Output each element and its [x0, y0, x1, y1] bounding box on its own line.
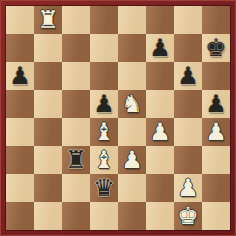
square-d8[interactable] — [90, 6, 118, 34]
square-d6[interactable] — [90, 62, 118, 90]
black-pawn-a6[interactable]: ♟ — [9, 62, 31, 90]
white-pawn-f4[interactable]: ♟ — [149, 118, 171, 146]
square-h6[interactable] — [202, 62, 230, 90]
square-e7[interactable] — [118, 34, 146, 62]
square-d3[interactable]: ♝ — [90, 146, 118, 174]
square-f7[interactable]: ♟ — [146, 34, 174, 62]
square-b7[interactable] — [34, 34, 62, 62]
square-g1[interactable]: ♚ — [174, 202, 202, 230]
square-h2[interactable] — [202, 174, 230, 202]
white-pawn-e3[interactable]: ♟ — [121, 146, 143, 174]
square-c3[interactable]: ♜ — [62, 146, 90, 174]
square-c7[interactable] — [62, 34, 90, 62]
square-c1[interactable] — [62, 202, 90, 230]
square-d1[interactable] — [90, 202, 118, 230]
white-pawn-g2[interactable]: ♟ — [177, 174, 199, 202]
square-b5[interactable] — [34, 90, 62, 118]
square-e3[interactable]: ♟ — [118, 146, 146, 174]
square-f3[interactable] — [146, 146, 174, 174]
square-f6[interactable] — [146, 62, 174, 90]
square-a5[interactable] — [6, 90, 34, 118]
square-a4[interactable] — [6, 118, 34, 146]
chess-board: ♜♟♚♟♟♟♞♟♝♟♟♜♝♟♛♟♚ — [6, 6, 230, 230]
square-e1[interactable] — [118, 202, 146, 230]
square-h7[interactable]: ♚ — [202, 34, 230, 62]
black-pawn-d5[interactable]: ♟ — [93, 90, 115, 118]
square-a2[interactable] — [6, 174, 34, 202]
square-c8[interactable] — [62, 6, 90, 34]
black-king-h7[interactable]: ♚ — [205, 34, 227, 62]
square-g7[interactable] — [174, 34, 202, 62]
square-d7[interactable] — [90, 34, 118, 62]
square-b6[interactable] — [34, 62, 62, 90]
square-h1[interactable] — [202, 202, 230, 230]
square-c4[interactable] — [62, 118, 90, 146]
square-b4[interactable] — [34, 118, 62, 146]
white-king-g1[interactable]: ♚ — [177, 202, 199, 230]
square-h5[interactable]: ♟ — [202, 90, 230, 118]
square-e6[interactable] — [118, 62, 146, 90]
square-e5[interactable]: ♞ — [118, 90, 146, 118]
square-c6[interactable] — [62, 62, 90, 90]
square-f8[interactable] — [146, 6, 174, 34]
square-e2[interactable] — [118, 174, 146, 202]
square-a7[interactable] — [6, 34, 34, 62]
square-d4[interactable]: ♝ — [90, 118, 118, 146]
square-c5[interactable] — [62, 90, 90, 118]
square-f2[interactable] — [146, 174, 174, 202]
square-f1[interactable] — [146, 202, 174, 230]
white-bishop-d3[interactable]: ♝ — [93, 146, 115, 174]
square-b3[interactable] — [34, 146, 62, 174]
black-pawn-f7[interactable]: ♟ — [149, 34, 171, 62]
black-pawn-g6[interactable]: ♟ — [177, 62, 199, 90]
square-b1[interactable] — [34, 202, 62, 230]
square-g6[interactable]: ♟ — [174, 62, 202, 90]
white-pawn-h4[interactable]: ♟ — [205, 118, 227, 146]
square-e4[interactable] — [118, 118, 146, 146]
square-h4[interactable]: ♟ — [202, 118, 230, 146]
square-g2[interactable]: ♟ — [174, 174, 202, 202]
square-c2[interactable] — [62, 174, 90, 202]
square-a1[interactable] — [6, 202, 34, 230]
white-rook-b8[interactable]: ♜ — [37, 6, 59, 34]
black-rook-c3[interactable]: ♜ — [65, 146, 87, 174]
square-g8[interactable] — [174, 6, 202, 34]
square-a8[interactable] — [6, 6, 34, 34]
square-d5[interactable]: ♟ — [90, 90, 118, 118]
square-g5[interactable] — [174, 90, 202, 118]
square-h3[interactable] — [202, 146, 230, 174]
square-d2[interactable]: ♛ — [90, 174, 118, 202]
square-a3[interactable] — [6, 146, 34, 174]
black-pawn-h5[interactable]: ♟ — [205, 90, 227, 118]
square-g4[interactable] — [174, 118, 202, 146]
square-g3[interactable] — [174, 146, 202, 174]
square-b8[interactable]: ♜ — [34, 6, 62, 34]
board-frame: ♜♟♚♟♟♟♞♟♝♟♟♜♝♟♛♟♚ — [0, 0, 236, 236]
black-queen-d2[interactable]: ♛ — [93, 174, 115, 202]
square-f4[interactable]: ♟ — [146, 118, 174, 146]
square-b2[interactable] — [34, 174, 62, 202]
square-e8[interactable] — [118, 6, 146, 34]
square-h8[interactable] — [202, 6, 230, 34]
square-a6[interactable]: ♟ — [6, 62, 34, 90]
square-f5[interactable] — [146, 90, 174, 118]
white-knight-e5[interactable]: ♞ — [121, 90, 143, 118]
white-bishop-d4[interactable]: ♝ — [93, 118, 115, 146]
